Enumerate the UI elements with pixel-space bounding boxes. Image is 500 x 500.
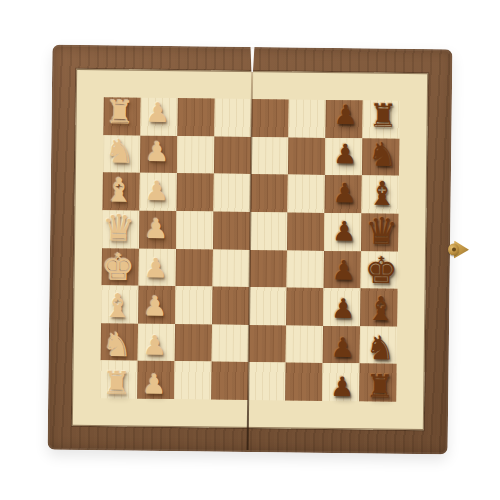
- square-f8[interactable]: ♝: [360, 288, 397, 326]
- square-e4[interactable]: [213, 249, 250, 287]
- square-a2[interactable]: ♟: [140, 98, 177, 136]
- white-pawn[interactable]: ♟: [136, 365, 173, 403]
- square-h7[interactable]: ♟: [322, 363, 359, 401]
- white-rook[interactable]: ♜: [98, 364, 135, 402]
- square-e8[interactable]: ♚: [361, 251, 398, 289]
- square-b2[interactable]: ♟: [140, 135, 177, 173]
- square-d6[interactable]: [287, 212, 324, 250]
- square-a1[interactable]: ♜: [103, 97, 140, 135]
- square-d8[interactable]: ♛: [361, 213, 398, 251]
- square-d3[interactable]: [176, 211, 213, 249]
- white-knight[interactable]: ♞: [101, 132, 138, 170]
- square-b3[interactable]: [177, 136, 214, 174]
- square-g1[interactable]: ♞: [101, 323, 138, 361]
- square-f1[interactable]: ♝: [101, 285, 138, 323]
- square-d4[interactable]: [213, 211, 250, 249]
- square-f3[interactable]: [175, 286, 212, 324]
- black-queen[interactable]: ♛: [363, 213, 400, 251]
- square-a4[interactable]: [214, 99, 251, 137]
- square-a7[interactable]: ♟: [325, 100, 362, 138]
- square-b5[interactable]: [251, 137, 288, 175]
- black-rook[interactable]: ♜: [361, 368, 398, 406]
- white-bishop[interactable]: ♝: [100, 171, 137, 209]
- hinge-gap-top: [249, 45, 255, 72]
- square-a5[interactable]: [251, 99, 288, 137]
- square-h2[interactable]: ♟: [137, 361, 174, 399]
- square-c8[interactable]: ♝: [361, 176, 398, 214]
- square-b7[interactable]: ♟: [325, 138, 362, 176]
- square-h6[interactable]: [285, 363, 322, 401]
- square-e5[interactable]: [250, 250, 287, 288]
- black-king[interactable]: ♚: [363, 251, 400, 289]
- white-pawn[interactable]: ♟: [137, 249, 174, 287]
- square-f5[interactable]: [249, 287, 286, 325]
- square-b8[interactable]: ♞: [362, 138, 399, 176]
- square-g8[interactable]: ♞: [360, 326, 397, 364]
- square-h4[interactable]: [211, 362, 248, 400]
- square-h1[interactable]: ♜: [100, 361, 137, 399]
- black-pawn[interactable]: ♟: [326, 173, 363, 211]
- white-pawn[interactable]: ♟: [138, 210, 175, 248]
- square-e3[interactable]: [176, 249, 213, 287]
- square-g3[interactable]: [175, 324, 212, 362]
- square-c4[interactable]: [213, 174, 250, 212]
- square-d2[interactable]: ♟: [139, 211, 176, 249]
- square-c5[interactable]: [250, 174, 287, 212]
- black-pawn[interactable]: ♟: [327, 96, 364, 134]
- black-pawn[interactable]: ♟: [326, 135, 363, 173]
- square-c6[interactable]: [287, 175, 324, 213]
- square-a8[interactable]: ♜: [362, 100, 399, 138]
- black-bishop[interactable]: ♝: [364, 174, 401, 212]
- square-g4[interactable]: [212, 324, 249, 362]
- square-d1[interactable]: ♛: [102, 210, 139, 248]
- black-pawn[interactable]: ♟: [326, 212, 363, 250]
- square-a3[interactable]: [177, 98, 214, 136]
- brass-clasp-icon: [446, 237, 470, 261]
- square-g6[interactable]: [286, 325, 323, 363]
- square-c1[interactable]: ♝: [102, 172, 139, 210]
- square-g2[interactable]: ♟: [138, 323, 175, 361]
- square-e7[interactable]: ♟: [324, 250, 361, 288]
- black-pawn[interactable]: ♟: [325, 290, 362, 328]
- white-knight[interactable]: ♞: [98, 326, 135, 364]
- square-c7[interactable]: ♟: [324, 175, 361, 213]
- black-bishop[interactable]: ♝: [362, 290, 399, 328]
- clasp-pin: [452, 247, 456, 251]
- square-g5[interactable]: [249, 325, 286, 363]
- square-d5[interactable]: [250, 212, 287, 250]
- square-h5[interactable]: [248, 362, 285, 400]
- square-g7[interactable]: ♟: [323, 326, 360, 364]
- white-king[interactable]: ♚: [99, 248, 136, 286]
- square-f2[interactable]: ♟: [138, 286, 175, 324]
- black-pawn[interactable]: ♟: [325, 251, 362, 289]
- white-queen[interactable]: ♛: [100, 209, 137, 247]
- square-e2[interactable]: ♟: [139, 248, 176, 286]
- white-pawn[interactable]: ♟: [136, 326, 173, 364]
- white-pawn[interactable]: ♟: [137, 287, 174, 325]
- black-knight[interactable]: ♞: [362, 329, 399, 367]
- square-e1[interactable]: ♚: [102, 248, 139, 286]
- white-pawn[interactable]: ♟: [139, 94, 176, 132]
- black-rook[interactable]: ♜: [365, 96, 402, 134]
- chess-board: ♜♟♟♜♞♟♟♞♝♟♟♝♛♟♟♛♚♟♟♚♝♟♟♝♞♟♟♞♜♟♟♜: [48, 45, 453, 455]
- square-d7[interactable]: ♟: [324, 213, 361, 251]
- square-f4[interactable]: [212, 287, 249, 325]
- square-c2[interactable]: ♟: [139, 173, 176, 211]
- black-pawn[interactable]: ♟: [324, 328, 361, 366]
- black-pawn[interactable]: ♟: [324, 367, 361, 405]
- square-f7[interactable]: ♟: [323, 288, 360, 326]
- square-b1[interactable]: ♞: [103, 135, 140, 173]
- square-c3[interactable]: [176, 173, 213, 211]
- square-h8[interactable]: ♜: [359, 364, 396, 402]
- white-bishop[interactable]: ♝: [99, 287, 136, 325]
- black-knight[interactable]: ♞: [364, 135, 401, 173]
- square-b4[interactable]: [214, 136, 251, 174]
- white-pawn[interactable]: ♟: [138, 171, 175, 209]
- square-h3[interactable]: [174, 361, 211, 399]
- white-pawn[interactable]: ♟: [138, 132, 175, 170]
- white-rook[interactable]: ♜: [101, 93, 138, 131]
- square-e6[interactable]: [287, 250, 324, 288]
- square-a6[interactable]: [288, 99, 325, 137]
- square-f6[interactable]: [286, 288, 323, 326]
- photo-background: ♜♟♟♜♞♟♟♞♝♟♟♝♛♟♟♛♚♟♟♚♝♟♟♝♞♟♟♞♜♟♟♜: [0, 0, 500, 500]
- square-b6[interactable]: [288, 137, 325, 175]
